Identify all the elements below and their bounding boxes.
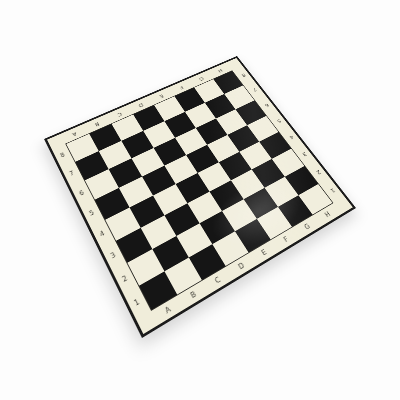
rank-label-left: 7 — [65, 168, 79, 180]
rank-label-left: 3 — [106, 249, 121, 263]
file-label-bottom: G — [300, 221, 314, 234]
file-label-bottom: A — [160, 303, 176, 319]
file-label-bottom: B — [186, 288, 202, 303]
rank-label-left: 5 — [85, 207, 100, 220]
chessboard: AA11BB22CC33DD44EE55FF66GG77HH88 — [44, 56, 356, 338]
rank-label-left: 6 — [75, 187, 89, 199]
playing-area-frame — [65, 70, 333, 311]
squares-grid — [66, 71, 332, 310]
file-label-bottom: E — [257, 246, 272, 260]
rank-label-left: 1 — [129, 295, 145, 311]
rank-label-left: 4 — [95, 228, 110, 242]
file-label-bottom: D — [234, 259, 249, 273]
file-label-bottom: F — [279, 233, 294, 246]
rank-label-left: 2 — [117, 272, 133, 287]
board-surface: AA11BB22CC33DD44EE55FF66GG77HH88 — [47, 58, 353, 334]
rank-label-left: 8 — [56, 150, 70, 161]
photo-canvas: AA11BB22CC33DD44EE55FF66GG77HH88 — [0, 0, 400, 400]
file-label-bottom: C — [210, 273, 226, 288]
file-label-bottom: H — [321, 208, 335, 221]
